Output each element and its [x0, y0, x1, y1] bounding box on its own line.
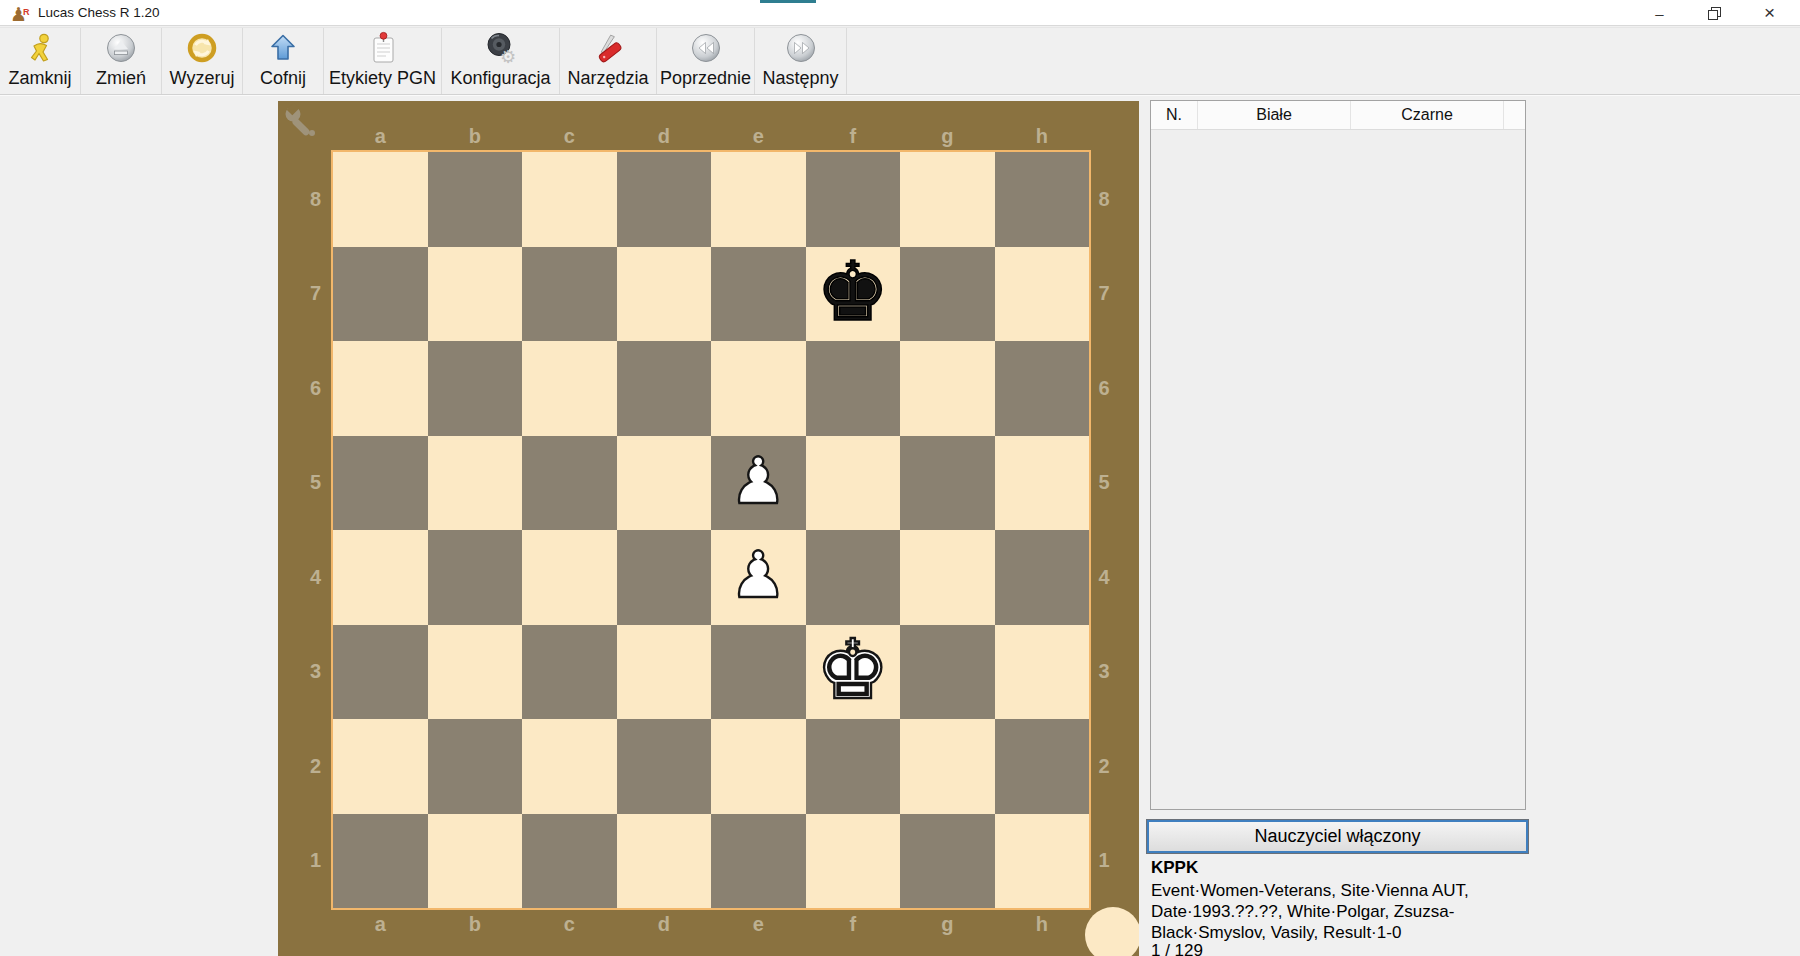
- coordinate-label: f: [806, 125, 901, 149]
- toolbar-label: Cofnij: [260, 68, 306, 89]
- square-f1[interactable]: [806, 814, 901, 909]
- teacher-enabled-button[interactable]: Nauczyciel włączony: [1147, 820, 1528, 853]
- coordinate-label: b: [428, 125, 523, 149]
- app-pawn-icon: ♟R: [10, 1, 27, 27]
- square-e2[interactable]: [711, 719, 806, 814]
- coordinate-label: 3: [290, 660, 321, 683]
- square-g7[interactable]: [900, 247, 995, 342]
- square-c8[interactable]: [522, 152, 617, 247]
- square-b3[interactable]: [428, 625, 523, 720]
- square-d5[interactable]: [617, 436, 712, 531]
- square-e6[interactable]: [711, 341, 806, 436]
- square-b6[interactable]: [428, 341, 523, 436]
- side-to-move-indicator: [1085, 907, 1139, 956]
- square-f4[interactable]: [806, 530, 901, 625]
- game-info: KPPK Event·Women-Veterans, Site·Vienna A…: [1151, 858, 1533, 943]
- position-counter: 1 / 129: [1151, 941, 1203, 956]
- square-b4[interactable]: [428, 530, 523, 625]
- chess-board-frame: abcdefgh abcdefgh 87654321 87654321 ♚♟♟♚: [278, 101, 1139, 956]
- coordinate-label: d: [617, 913, 712, 937]
- square-e3[interactable]: [711, 625, 806, 720]
- square-f6[interactable]: [806, 341, 901, 436]
- square-g8[interactable]: [900, 152, 995, 247]
- square-h6[interactable]: [995, 341, 1090, 436]
- column-header-black: Czarne: [1351, 101, 1504, 129]
- square-e7[interactable]: [711, 247, 806, 342]
- moves-list[interactable]: [1151, 130, 1525, 809]
- coordinate-label: 4: [1098, 566, 1131, 589]
- file-labels-bottom: abcdefgh: [333, 913, 1089, 937]
- square-a4[interactable]: [333, 530, 428, 625]
- toolbar-label: Zmień: [96, 68, 146, 89]
- square-e1[interactable]: [711, 814, 806, 909]
- square-h4[interactable]: [995, 530, 1090, 625]
- coordinate-label: 4: [290, 566, 321, 589]
- square-e8[interactable]: [711, 152, 806, 247]
- window-controls: – ×: [1627, 0, 1792, 26]
- board-config-wrench-icon[interactable]: [282, 103, 320, 145]
- coordinate-label: d: [617, 125, 712, 149]
- coordinate-label: g: [900, 125, 995, 149]
- square-b1[interactable]: [428, 814, 523, 909]
- square-c1[interactable]: [522, 814, 617, 909]
- lucas-chess-window: ♟R Lucas Chess R 1.20 – ×: [0, 0, 1800, 956]
- piece-white-pawn-e4[interactable]: ♟: [711, 528, 806, 623]
- column-header-white: Białe: [1198, 101, 1351, 129]
- toolbar-label: Wyzeruj: [170, 68, 235, 89]
- coordinate-label: e: [711, 125, 806, 149]
- toolbar-button-konfiguracja[interactable]: ⚙ Konfiguracja: [442, 28, 560, 94]
- square-b2[interactable]: [428, 719, 523, 814]
- game-info-line: Event·Women-Veterans, Site·Vienna AUT,: [1151, 880, 1533, 901]
- square-g5[interactable]: [900, 436, 995, 531]
- chess-board: ♚♟♟♚: [331, 150, 1091, 910]
- coordinate-label: 5: [1098, 471, 1131, 494]
- square-g4[interactable]: [900, 530, 995, 625]
- square-f2[interactable]: [806, 719, 901, 814]
- toolbar: Zamknij Zmień: [0, 27, 1800, 95]
- toolbar-button-wyzeruj[interactable]: Wyzeruj: [162, 28, 243, 94]
- close-button[interactable]: ×: [1747, 0, 1792, 26]
- square-c3[interactable]: [522, 625, 617, 720]
- coordinate-label: 8: [1098, 188, 1131, 211]
- window-title: Lucas Chess R 1.20: [38, 0, 160, 26]
- coordinate-label: c: [522, 913, 617, 937]
- square-h2[interactable]: [995, 719, 1090, 814]
- square-c6[interactable]: [522, 341, 617, 436]
- moves-table: N. Białe Czarne: [1150, 100, 1526, 810]
- coordinate-label: b: [428, 913, 523, 937]
- coordinate-label: e: [711, 913, 806, 937]
- square-h8[interactable]: [995, 152, 1090, 247]
- toolbar-button-nastepny[interactable]: Następny: [755, 28, 847, 94]
- game-info-line: Date·1993.??.??, White·Polgar, Zsuzsa-: [1151, 901, 1533, 922]
- square-h1[interactable]: [995, 814, 1090, 909]
- coordinate-label: 6: [290, 377, 321, 400]
- notepad-pin-icon: [364, 29, 402, 67]
- piece-black-king-f7[interactable]: ♚: [806, 245, 901, 340]
- coordinate-label: 7: [1098, 282, 1131, 305]
- file-labels-top: abcdefgh: [333, 125, 1089, 149]
- coordinate-label: g: [900, 913, 995, 937]
- square-d7[interactable]: [617, 247, 712, 342]
- coordinate-label: 6: [1098, 377, 1131, 400]
- coordinate-label: 7: [290, 282, 321, 305]
- blue-up-arrow-icon: [264, 29, 302, 67]
- toolbar-button-cofnij[interactable]: Cofnij: [243, 28, 324, 94]
- square-a1[interactable]: [333, 814, 428, 909]
- square-a6[interactable]: [333, 341, 428, 436]
- piece-white-king-f3[interactable]: ♚: [806, 623, 901, 718]
- square-d8[interactable]: [617, 152, 712, 247]
- coordinate-label: c: [522, 125, 617, 149]
- piece-white-pawn-e5[interactable]: ♟: [711, 434, 806, 529]
- restore-button[interactable]: [1692, 0, 1737, 26]
- coordinate-label: 1: [1098, 849, 1131, 872]
- square-c2[interactable]: [522, 719, 617, 814]
- square-h3[interactable]: [995, 625, 1090, 720]
- coordinate-label: 2: [1098, 755, 1131, 778]
- coordinate-label: 1: [290, 849, 321, 872]
- minimize-button[interactable]: –: [1637, 0, 1682, 26]
- square-c4[interactable]: [522, 530, 617, 625]
- square-b7[interactable]: [428, 247, 523, 342]
- toolbar-label: Narzędzia: [567, 68, 648, 89]
- column-header-scrollbar: [1504, 101, 1525, 129]
- square-a3[interactable]: [333, 625, 428, 720]
- svg-text:⚙: ⚙: [500, 46, 516, 66]
- rank-labels-right: 87654321: [1091, 152, 1139, 908]
- coordinate-label: 8: [290, 188, 321, 211]
- coordinate-label: h: [995, 913, 1090, 937]
- square-d6[interactable]: [617, 341, 712, 436]
- coordinate-label: a: [333, 125, 428, 149]
- toolbar-button-zmien[interactable]: Zmień: [81, 28, 162, 94]
- toolbar-label: Poprzednie: [660, 68, 751, 89]
- rewind-circle-icon: [687, 29, 725, 67]
- swiss-knife-icon: [589, 29, 627, 67]
- coordinate-label: f: [806, 913, 901, 937]
- square-d2[interactable]: [617, 719, 712, 814]
- coordinate-label: a: [333, 913, 428, 937]
- toolbar-label: Następny: [762, 68, 838, 89]
- rank-labels-left: 87654321: [278, 152, 333, 908]
- coordinate-label: 3: [1098, 660, 1131, 683]
- square-a7[interactable]: [333, 247, 428, 342]
- training-set-title: KPPK: [1151, 858, 1533, 878]
- square-g3[interactable]: [900, 625, 995, 720]
- square-a2[interactable]: [333, 719, 428, 814]
- game-info-line: Black·Smyslov, Vasily, Result·1-0: [1151, 922, 1533, 943]
- coordinate-label: 5: [290, 471, 321, 494]
- toolbar-label: Etykiety PGN: [329, 68, 436, 89]
- square-b8[interactable]: [428, 152, 523, 247]
- restore-icon: [1708, 7, 1721, 20]
- square-g1[interactable]: [900, 814, 995, 909]
- forward-circle-icon: [782, 29, 820, 67]
- person-exit-icon: [21, 29, 59, 67]
- square-d3[interactable]: [617, 625, 712, 720]
- square-f5[interactable]: [806, 436, 901, 531]
- title-bar: ♟R Lucas Chess R 1.20 – ×: [0, 0, 1800, 26]
- square-a8[interactable]: [333, 152, 428, 247]
- square-d1[interactable]: [617, 814, 712, 909]
- toolbar-button-etykiety-pgn[interactable]: Etykiety PGN: [324, 28, 442, 94]
- toolbar-button-narzedzia[interactable]: Narzędzia: [560, 28, 657, 94]
- square-b5[interactable]: [428, 436, 523, 531]
- coordinate-label: h: [995, 125, 1090, 149]
- square-c7[interactable]: [522, 247, 617, 342]
- coordinate-label: 2: [290, 755, 321, 778]
- square-g6[interactable]: [900, 341, 995, 436]
- square-h7[interactable]: [995, 247, 1090, 342]
- square-h5[interactable]: [995, 436, 1090, 531]
- moves-table-header: N. Białe Czarne: [1151, 101, 1525, 130]
- toolbar-label: Zamknij: [8, 68, 71, 89]
- square-f8[interactable]: [806, 152, 901, 247]
- toolbar-button-poprzednie[interactable]: Poprzednie: [657, 28, 755, 94]
- square-d4[interactable]: [617, 530, 712, 625]
- square-a5[interactable]: [333, 436, 428, 531]
- eject-sphere-icon: [102, 29, 140, 67]
- gold-reset-icon: [183, 29, 221, 67]
- square-g2[interactable]: [900, 719, 995, 814]
- square-c5[interactable]: [522, 436, 617, 531]
- accent-line: [760, 0, 816, 3]
- column-header-number: N.: [1151, 101, 1198, 129]
- toolbar-label: Konfiguracja: [450, 68, 550, 89]
- disc-gear-icon: ⚙: [482, 29, 520, 67]
- toolbar-button-zamknij[interactable]: Zamknij: [0, 28, 81, 94]
